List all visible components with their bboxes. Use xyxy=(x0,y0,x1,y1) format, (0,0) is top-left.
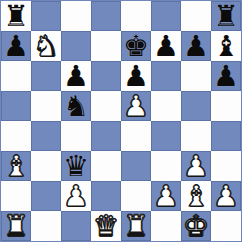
piece-black-bishop[interactable]: ♝ xyxy=(213,31,239,61)
square-h7[interactable]: ♝ xyxy=(211,31,241,61)
piece-white-pawn[interactable]: ♟ xyxy=(153,181,179,211)
square-g5[interactable] xyxy=(181,91,211,121)
square-a2[interactable] xyxy=(1,181,31,211)
piece-black-rook[interactable]: ♜ xyxy=(3,1,29,31)
piece-black-knight[interactable]: ♞ xyxy=(63,91,89,121)
square-d3[interactable] xyxy=(91,151,121,181)
square-h8[interactable]: ♜ xyxy=(211,1,241,31)
square-h3[interactable] xyxy=(211,151,241,181)
square-h2[interactable]: ♟ xyxy=(211,181,241,211)
square-b1[interactable] xyxy=(31,211,61,241)
square-d1[interactable]: ♛ xyxy=(91,211,121,241)
piece-white-pawn[interactable]: ♟ xyxy=(63,181,89,211)
square-b2[interactable] xyxy=(31,181,61,211)
square-c6[interactable]: ♟ xyxy=(61,61,91,91)
square-g4[interactable] xyxy=(181,121,211,151)
square-c5[interactable]: ♞ xyxy=(61,91,91,121)
square-f6[interactable] xyxy=(151,61,181,91)
piece-white-queen[interactable]: ♛ xyxy=(93,211,119,241)
square-g8[interactable] xyxy=(181,1,211,31)
square-h1[interactable] xyxy=(211,211,241,241)
square-a5[interactable] xyxy=(1,91,31,121)
square-c8[interactable] xyxy=(61,1,91,31)
piece-white-rook[interactable]: ♜ xyxy=(123,211,149,241)
piece-black-pawn[interactable]: ♟ xyxy=(63,61,89,91)
square-f2[interactable]: ♟ xyxy=(151,181,181,211)
square-f1[interactable] xyxy=(151,211,181,241)
square-d5[interactable] xyxy=(91,91,121,121)
piece-white-pawn[interactable]: ♟ xyxy=(123,91,149,121)
piece-white-bishop[interactable]: ♝ xyxy=(183,181,209,211)
square-b8[interactable] xyxy=(31,1,61,31)
square-e3[interactable] xyxy=(121,151,151,181)
square-f3[interactable] xyxy=(151,151,181,181)
square-b3[interactable] xyxy=(31,151,61,181)
square-f5[interactable] xyxy=(151,91,181,121)
square-g2[interactable]: ♝ xyxy=(181,181,211,211)
square-g7[interactable]: ♟ xyxy=(181,31,211,61)
piece-white-rook[interactable]: ♜ xyxy=(3,211,29,241)
square-d7[interactable] xyxy=(91,31,121,61)
square-b4[interactable] xyxy=(31,121,61,151)
piece-black-pawn[interactable]: ♟ xyxy=(3,31,29,61)
square-a7[interactable]: ♟ xyxy=(1,31,31,61)
square-a4[interactable] xyxy=(1,121,31,151)
square-a8[interactable]: ♜ xyxy=(1,1,31,31)
square-g6[interactable] xyxy=(181,61,211,91)
square-b7[interactable]: ♞ xyxy=(31,31,61,61)
square-e6[interactable]: ♟ xyxy=(121,61,151,91)
square-g3[interactable]: ♟ xyxy=(181,151,211,181)
square-e2[interactable] xyxy=(121,181,151,211)
piece-white-bishop[interactable]: ♝ xyxy=(3,151,29,181)
piece-white-pawn[interactable]: ♟ xyxy=(213,181,239,211)
piece-white-knight[interactable]: ♞ xyxy=(33,31,59,61)
piece-black-rook[interactable]: ♜ xyxy=(213,1,239,31)
square-d4[interactable] xyxy=(91,121,121,151)
square-d6[interactable] xyxy=(91,61,121,91)
square-f4[interactable] xyxy=(151,121,181,151)
square-h4[interactable] xyxy=(211,121,241,151)
square-c1[interactable] xyxy=(61,211,91,241)
square-a3[interactable]: ♝ xyxy=(1,151,31,181)
square-b5[interactable] xyxy=(31,91,61,121)
piece-black-queen[interactable]: ♛ xyxy=(63,151,89,181)
piece-black-pawn[interactable]: ♟ xyxy=(183,31,209,61)
square-c2[interactable]: ♟ xyxy=(61,181,91,211)
square-c3[interactable]: ♛ xyxy=(61,151,91,181)
piece-white-king[interactable]: ♚ xyxy=(183,211,209,241)
square-h6[interactable]: ♟ xyxy=(211,61,241,91)
piece-black-pawn[interactable]: ♟ xyxy=(213,61,239,91)
square-e8[interactable] xyxy=(121,1,151,31)
square-h5[interactable] xyxy=(211,91,241,121)
piece-black-pawn[interactable]: ♟ xyxy=(123,61,149,91)
square-d8[interactable] xyxy=(91,1,121,31)
square-c7[interactable] xyxy=(61,31,91,61)
square-e4[interactable] xyxy=(121,121,151,151)
square-f8[interactable] xyxy=(151,1,181,31)
square-f7[interactable]: ♟ xyxy=(151,31,181,61)
square-c4[interactable] xyxy=(61,121,91,151)
square-a6[interactable] xyxy=(1,61,31,91)
square-e7[interactable]: ♚ xyxy=(121,31,151,61)
piece-white-pawn[interactable]: ♟ xyxy=(183,151,209,181)
chess-board: ♜♜♟♞♚♟♟♝♟♟♟♞♟♝♛♟♟♟♝♟♜♛♜♚ xyxy=(0,0,242,242)
piece-black-king[interactable]: ♚ xyxy=(123,31,149,61)
square-b6[interactable] xyxy=(31,61,61,91)
square-e5[interactable]: ♟ xyxy=(121,91,151,121)
square-e1[interactable]: ♜ xyxy=(121,211,151,241)
square-a1[interactable]: ♜ xyxy=(1,211,31,241)
square-d2[interactable] xyxy=(91,181,121,211)
square-g1[interactable]: ♚ xyxy=(181,211,211,241)
piece-black-pawn[interactable]: ♟ xyxy=(153,31,179,61)
